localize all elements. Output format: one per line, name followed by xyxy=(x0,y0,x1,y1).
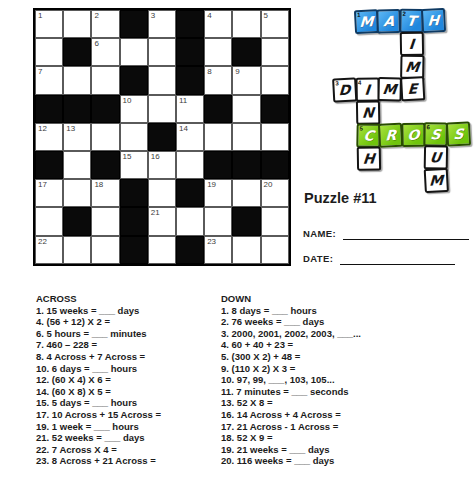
answer-cell[interactable]: 10 xyxy=(120,95,148,123)
black-cell xyxy=(232,151,260,179)
logo-tile-m: M xyxy=(424,167,449,192)
down-clue: 5. (300 X 2) + 48 = xyxy=(221,351,401,363)
answer-cell[interactable] xyxy=(63,10,91,38)
logo-tile-m: M xyxy=(377,77,401,101)
black-cell xyxy=(261,151,289,179)
down-clue: 2. 76 weeks = ___ days xyxy=(221,316,401,328)
answer-cell[interactable] xyxy=(148,236,176,264)
black-cell xyxy=(63,95,91,123)
answer-cell[interactable]: 21 xyxy=(148,207,176,235)
logo-tile-i: 4I xyxy=(355,78,379,102)
name-field-row: NAME: xyxy=(303,226,471,240)
logo-tile-m: 1M xyxy=(353,9,378,34)
answer-cell[interactable]: 5 xyxy=(261,10,289,38)
logo-tile-n: N xyxy=(355,101,379,125)
logo-tile-a: A xyxy=(376,9,400,33)
logo-tile-letter: M xyxy=(404,59,420,73)
answer-cell[interactable] xyxy=(91,207,119,235)
answer-cell[interactable] xyxy=(63,236,91,264)
cell-clue-number: 16 xyxy=(151,152,160,161)
cell-clue-number: 18 xyxy=(94,180,103,189)
answer-cell[interactable] xyxy=(261,66,289,94)
logo-tile-letter: T xyxy=(405,14,416,28)
black-cell xyxy=(91,151,119,179)
answer-cell[interactable] xyxy=(91,66,119,94)
logo-tile-letter: D xyxy=(339,83,351,98)
answer-cell[interactable] xyxy=(148,179,176,207)
logo-tile-letter: E xyxy=(407,82,417,97)
down-clue: 3. 2000, 2001, 2002, 2003, ___... xyxy=(221,328,401,340)
cell-clue-number: 4 xyxy=(207,11,211,20)
logo-tile-s: 6S xyxy=(423,122,447,146)
answer-cell[interactable] xyxy=(63,151,91,179)
crossword-grid: 1234567891011121314151617181920212223 xyxy=(33,8,291,266)
logo-tile-letter: O xyxy=(406,128,419,142)
answer-cell[interactable]: 20 xyxy=(261,179,289,207)
cell-clue-number: 21 xyxy=(151,208,160,217)
answer-cell[interactable] xyxy=(232,10,260,38)
down-clue: 17. 21 Across - 1 Across = xyxy=(221,421,401,433)
cell-clue-number: 12 xyxy=(38,124,47,133)
cell-clue-number: 15 xyxy=(123,152,132,161)
down-clue-list: DOWN 1. 8 days = ___ hours2. 76 weeks = … xyxy=(221,293,401,467)
logo-tile-letter: S xyxy=(453,127,464,142)
math-cross-logo: 1MA2THIM3D4IMEN5CRO6SSHUM xyxy=(331,8,474,205)
answer-cell[interactable] xyxy=(176,151,204,179)
cell-clue-number: 2 xyxy=(94,11,98,20)
answer-cell[interactable]: 2 xyxy=(91,10,119,38)
logo-tile-s: S xyxy=(445,121,470,146)
down-clue: 1. 8 days = ___ hours xyxy=(221,305,401,317)
answer-cell[interactable]: 19 xyxy=(204,179,232,207)
logo-tile-h: H xyxy=(356,146,380,170)
answer-cell[interactable] xyxy=(232,123,260,151)
black-cell xyxy=(120,66,148,94)
answer-cell[interactable]: 8 xyxy=(204,66,232,94)
cell-clue-number: 3 xyxy=(151,11,155,20)
black-cell xyxy=(204,95,232,123)
answer-cell[interactable] xyxy=(261,123,289,151)
logo-tile-m: M xyxy=(400,54,424,78)
black-cell xyxy=(204,151,232,179)
answer-cell[interactable]: 18 xyxy=(91,179,119,207)
logo-tile-t: 2T xyxy=(399,9,423,33)
logo-tile-letter: M xyxy=(382,83,398,97)
answer-cell[interactable] xyxy=(232,179,260,207)
answer-cell[interactable]: 6 xyxy=(91,38,119,66)
answer-cell[interactable] xyxy=(232,95,260,123)
across-clue: 4. (56 + 12) X 2 = xyxy=(36,316,218,328)
name-label: NAME: xyxy=(303,228,336,240)
answer-cell[interactable]: 9 xyxy=(232,66,260,94)
black-cell xyxy=(232,207,260,235)
logo-tile-letter: I xyxy=(364,83,370,97)
across-clue: 23. 8 Across + 21 Across = xyxy=(36,455,218,467)
logo-tile-number: 6 xyxy=(427,124,430,131)
black-cell xyxy=(176,10,204,38)
logo-tile-letter: N xyxy=(361,106,374,120)
black-cell xyxy=(176,38,204,66)
cell-clue-number: 7 xyxy=(38,67,42,76)
cell-clue-number: 17 xyxy=(38,180,47,189)
cell-clue-number: 22 xyxy=(38,237,47,246)
logo-tile-letter: H xyxy=(362,151,375,165)
cell-clue-number: 9 xyxy=(235,67,239,76)
across-clue: 15. 5 days = ___ hours xyxy=(36,397,218,409)
black-cell xyxy=(35,95,63,123)
black-cell xyxy=(261,95,289,123)
answer-cell[interactable]: 7 xyxy=(35,66,63,94)
cell-clue-number: 14 xyxy=(179,124,188,133)
black-cell xyxy=(232,38,260,66)
logo-tile-number: 2 xyxy=(402,11,405,18)
logo-tile-letter: U xyxy=(429,150,442,164)
answer-cell[interactable] xyxy=(120,123,148,151)
answer-cell[interactable] xyxy=(35,38,63,66)
across-clue: 22. 7 Across X 4 = xyxy=(36,444,218,456)
down-clue: 9. (110 X 2) X 3 = xyxy=(221,363,401,375)
down-clue: 11. 7 minutes = ___ seconds xyxy=(221,386,401,398)
logo-tile-d: 3D xyxy=(332,78,357,103)
down-header: DOWN xyxy=(221,293,401,305)
cell-clue-number: 5 xyxy=(264,11,268,20)
answer-cell[interactable] xyxy=(63,179,91,207)
logo-tile-u: U xyxy=(424,145,448,169)
cell-clue-number: 19 xyxy=(207,180,216,189)
answer-cell[interactable] xyxy=(232,236,260,264)
down-clue: 10. 97, 99, ___, 103, 105... xyxy=(221,374,401,386)
answer-cell[interactable]: 13 xyxy=(63,123,91,151)
black-cell xyxy=(63,207,91,235)
black-cell xyxy=(120,179,148,207)
across-clue: 1. 15 weeks = ___ days xyxy=(36,305,218,317)
down-clue: 13. 52 X 8 = xyxy=(221,397,401,409)
black-cell xyxy=(91,95,119,123)
across-clue: 19. 1 week = ___ hours xyxy=(36,421,218,433)
across-header: ACROSS xyxy=(36,293,218,305)
answer-cell[interactable] xyxy=(148,66,176,94)
logo-tile-letter: I xyxy=(408,37,414,51)
date-label: DATE: xyxy=(303,253,333,265)
answer-cell[interactable] xyxy=(204,123,232,151)
across-clue: 14. (60 X 8) X 5 = xyxy=(36,386,218,398)
cell-clue-number: 1 xyxy=(38,11,42,20)
logo-tile-o: O xyxy=(401,123,425,147)
answer-cell[interactable] xyxy=(204,38,232,66)
answer-cell[interactable] xyxy=(148,38,176,66)
answer-cell[interactable] xyxy=(35,207,63,235)
answer-cell[interactable] xyxy=(91,123,119,151)
black-cell xyxy=(120,236,148,264)
across-clue: 6. 5 hours = ___ minutes xyxy=(36,328,218,340)
logo-tile-letter: C xyxy=(362,129,374,143)
cell-clue-number: 13 xyxy=(66,124,75,133)
cell-clue-number: 8 xyxy=(207,67,211,76)
answer-cell[interactable]: 14 xyxy=(176,123,204,151)
down-clue: 4. 60 + 40 + 23 = xyxy=(221,339,401,351)
across-clue: 8. 4 Across + 7 Across = xyxy=(36,351,218,363)
answer-cell[interactable]: 3 xyxy=(148,10,176,38)
answer-cell[interactable]: 1 xyxy=(35,10,63,38)
cell-clue-number: 6 xyxy=(94,39,98,48)
black-cell xyxy=(176,66,204,94)
logo-tile-letter: R xyxy=(385,128,397,143)
cell-clue-number: 23 xyxy=(207,237,216,246)
across-clue: 7. 460 – 228 = xyxy=(36,339,218,351)
answer-cell[interactable] xyxy=(261,38,289,66)
answer-cell[interactable] xyxy=(120,38,148,66)
black-cell xyxy=(120,207,148,235)
logo-tile-e: E xyxy=(400,77,425,102)
answer-cell[interactable] xyxy=(148,95,176,123)
answer-cell[interactable]: 15 xyxy=(120,151,148,179)
answer-cell[interactable]: 12 xyxy=(35,123,63,151)
black-cell xyxy=(120,10,148,38)
down-clue: 18. 52 X 9 = xyxy=(221,432,401,444)
logo-tile-h: H xyxy=(421,8,446,33)
cell-clue-number: 20 xyxy=(264,180,273,189)
cell-clue-number: 10 xyxy=(123,96,132,105)
across-clue: 12. (60 X 4) X 6 = xyxy=(36,374,218,386)
answer-cell[interactable]: 22 xyxy=(35,236,63,264)
black-cell xyxy=(35,151,63,179)
across-clue: 21. 52 weeks = ___ days xyxy=(36,432,218,444)
across-clue: 17. 10 Across + 15 Across = xyxy=(36,409,218,421)
logo-tile-letter: M xyxy=(429,173,444,188)
down-clue: 19. 21 weeks = ___ days xyxy=(221,444,401,456)
black-cell xyxy=(176,236,204,264)
date-blank-line[interactable] xyxy=(340,253,455,265)
down-clue: 16. 14 Across + 4 Across = xyxy=(221,409,401,421)
answer-cell[interactable]: 11 xyxy=(176,95,204,123)
cell-clue-number: 11 xyxy=(179,96,187,105)
black-cell xyxy=(63,38,91,66)
answer-cell[interactable] xyxy=(63,66,91,94)
date-field-row: DATE: xyxy=(303,251,459,265)
black-cell xyxy=(176,179,204,207)
logo-tile-r: R xyxy=(378,123,403,148)
logo-tile-letter: H xyxy=(427,13,439,28)
puzzle-title: Puzzle #11 xyxy=(304,190,377,206)
answer-cell[interactable] xyxy=(91,236,119,264)
answer-cell[interactable]: 16 xyxy=(148,151,176,179)
logo-tile-letter: S xyxy=(430,127,442,141)
logo-tile-i: I xyxy=(399,31,423,55)
answer-cell[interactable] xyxy=(261,236,289,264)
logo-tile-c: 5C xyxy=(356,123,380,147)
black-cell xyxy=(148,123,176,151)
across-clue-list: ACROSS 1. 15 weeks = ___ days4. (56 + 12… xyxy=(36,293,218,467)
answer-cell[interactable]: 23 xyxy=(204,236,232,264)
logo-tile-number: 5 xyxy=(359,125,362,132)
answer-cell[interactable] xyxy=(204,207,232,235)
across-clue: 10. 6 days = ___ hours xyxy=(36,363,218,375)
logo-tile-letter: M xyxy=(359,14,374,29)
down-clue: 20. 116 weeks = ___ days xyxy=(221,455,401,467)
answer-cell[interactable] xyxy=(261,207,289,235)
answer-cell[interactable]: 4 xyxy=(204,10,232,38)
logo-tile-number: 4 xyxy=(358,80,361,87)
logo-tile-letter: A xyxy=(382,14,394,28)
answer-cell[interactable] xyxy=(176,207,204,235)
name-blank-line[interactable] xyxy=(343,228,469,240)
answer-cell[interactable]: 17 xyxy=(35,179,63,207)
